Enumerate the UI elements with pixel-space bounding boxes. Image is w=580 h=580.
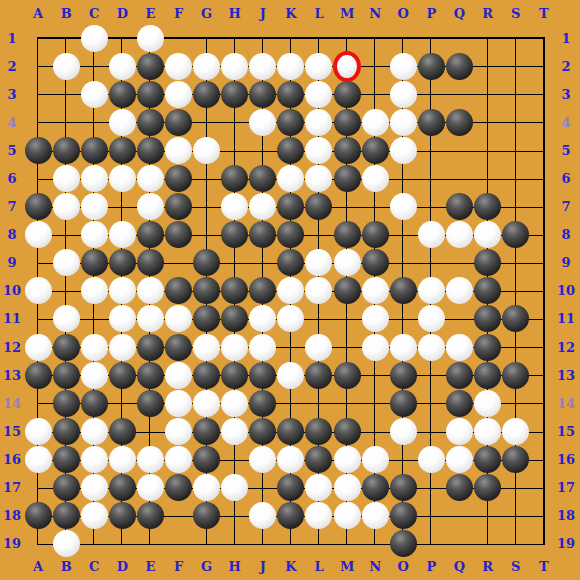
- intersection-D15: [108, 417, 136, 445]
- intersection-E15[interactable]: [136, 417, 164, 445]
- intersection-M15: [333, 417, 361, 445]
- intersection-M11[interactable]: [333, 305, 361, 333]
- black-stone: [165, 474, 192, 501]
- intersection-O9[interactable]: [389, 249, 417, 277]
- intersection-C5: [80, 136, 108, 164]
- intersection-J15: [249, 417, 277, 445]
- intersection-B8[interactable]: [52, 221, 80, 249]
- intersection-A2[interactable]: [24, 52, 52, 80]
- intersection-H5[interactable]: [221, 136, 249, 164]
- white-stone: [193, 334, 220, 361]
- intersection-F19[interactable]: [164, 530, 192, 558]
- intersection-B19: [52, 530, 80, 558]
- black-stone: [137, 334, 164, 361]
- column-label: N: [361, 556, 389, 576]
- intersection-T7[interactable]: [530, 193, 558, 221]
- intersection-C3: [80, 80, 108, 108]
- intersection-Q7: [445, 193, 473, 221]
- intersection-L8[interactable]: [305, 221, 333, 249]
- intersection-P11: [417, 305, 445, 333]
- intersection-F17: [164, 474, 192, 502]
- intersection-C6: [80, 164, 108, 192]
- black-stone: [165, 277, 192, 304]
- intersection-S1[interactable]: [502, 24, 530, 52]
- intersection-O16[interactable]: [389, 445, 417, 473]
- intersection-R4[interactable]: [474, 108, 502, 136]
- intersection-Q6[interactable]: [445, 164, 473, 192]
- white-stone: [474, 390, 501, 417]
- intersection-H9[interactable]: [221, 249, 249, 277]
- black-stone: [390, 474, 417, 501]
- white-stone: [165, 53, 192, 80]
- intersection-T10[interactable]: [530, 277, 558, 305]
- intersection-P7[interactable]: [417, 193, 445, 221]
- intersection-T19[interactable]: [530, 530, 558, 558]
- row-label: 15: [1, 417, 23, 445]
- intersection-A19[interactable]: [24, 530, 52, 558]
- column-label: A: [24, 556, 52, 576]
- intersection-A14[interactable]: [24, 389, 52, 417]
- black-stone: [334, 221, 361, 248]
- intersection-P3[interactable]: [417, 80, 445, 108]
- intersection-A17[interactable]: [24, 474, 52, 502]
- intersection-L12: [305, 333, 333, 361]
- white-stone: [137, 165, 164, 192]
- white-stone: [418, 446, 445, 473]
- intersection-K16: [277, 445, 305, 473]
- white-stone: [305, 165, 332, 192]
- intersection-O10: [389, 277, 417, 305]
- black-stone: [277, 474, 304, 501]
- intersection-G19[interactable]: [193, 530, 221, 558]
- black-stone: [305, 418, 332, 445]
- intersection-H13: [221, 361, 249, 389]
- white-stone: [53, 305, 80, 332]
- intersection-E3: [136, 80, 164, 108]
- intersection-J18: [249, 502, 277, 530]
- intersection-P14[interactable]: [417, 389, 445, 417]
- intersection-D7[interactable]: [108, 193, 136, 221]
- black-stone: [390, 502, 417, 529]
- intersection-B2: [52, 52, 80, 80]
- intersection-P15[interactable]: [417, 417, 445, 445]
- intersection-S16: [502, 445, 530, 473]
- black-stone: [249, 221, 276, 248]
- intersection-C19[interactable]: [80, 530, 108, 558]
- intersection-T17[interactable]: [530, 474, 558, 502]
- white-stone: [418, 277, 445, 304]
- intersection-J16: [249, 445, 277, 473]
- black-stone: [446, 390, 473, 417]
- white-stone: [390, 81, 417, 108]
- row-label: 10: [555, 277, 577, 305]
- intersection-T4[interactable]: [530, 108, 558, 136]
- intersection-T14[interactable]: [530, 389, 558, 417]
- intersection-C11[interactable]: [80, 305, 108, 333]
- intersection-P19[interactable]: [417, 530, 445, 558]
- black-stone: [446, 474, 473, 501]
- intersection-P16: [417, 445, 445, 473]
- row-label: 3: [555, 80, 577, 108]
- intersection-P13[interactable]: [417, 361, 445, 389]
- intersection-R2[interactable]: [474, 52, 502, 80]
- intersection-A12: [24, 333, 52, 361]
- white-stone: [362, 277, 389, 304]
- white-stone: [305, 249, 332, 276]
- intersection-E6: [136, 164, 164, 192]
- intersection-H17: [221, 474, 249, 502]
- intersection-M5: [333, 136, 361, 164]
- intersection-P5[interactable]: [417, 136, 445, 164]
- black-stone: [249, 390, 276, 417]
- intersection-T12[interactable]: [530, 333, 558, 361]
- intersection-P1[interactable]: [417, 24, 445, 52]
- black-stone: [25, 502, 52, 529]
- intersection-Q1[interactable]: [445, 24, 473, 52]
- intersection-N12: [361, 333, 389, 361]
- intersection-O6[interactable]: [389, 164, 417, 192]
- intersection-Q9[interactable]: [445, 249, 473, 277]
- white-stone: [165, 418, 192, 445]
- intersection-R1[interactable]: [474, 24, 502, 52]
- intersection-G1[interactable]: [193, 24, 221, 52]
- black-stone: [502, 221, 529, 248]
- row-label: 10: [1, 277, 23, 305]
- column-label: F: [164, 556, 192, 576]
- intersection-O13: [389, 361, 417, 389]
- intersection-H15: [221, 417, 249, 445]
- intersection-A9[interactable]: [24, 249, 52, 277]
- intersection-K19[interactable]: [277, 530, 305, 558]
- intersection-S2[interactable]: [502, 52, 530, 80]
- white-stone: [249, 53, 276, 80]
- intersection-H1[interactable]: [221, 24, 249, 52]
- white-stone: [334, 249, 361, 276]
- intersection-T13[interactable]: [530, 361, 558, 389]
- intersection-Q17: [445, 474, 473, 502]
- intersection-Q14: [445, 389, 473, 417]
- intersection-H4[interactable]: [221, 108, 249, 136]
- white-stone: [109, 334, 136, 361]
- white-stone: [221, 390, 248, 417]
- black-stone: [137, 137, 164, 164]
- white-stone: [305, 53, 332, 80]
- intersection-R18[interactable]: [474, 502, 502, 530]
- column-label: O: [389, 3, 417, 23]
- column-label: Q: [445, 3, 473, 23]
- intersection-S17[interactable]: [502, 474, 530, 502]
- intersection-C4[interactable]: [80, 108, 108, 136]
- white-stone: [221, 334, 248, 361]
- intersection-L4: [305, 108, 333, 136]
- intersection-J4: [249, 108, 277, 136]
- intersection-M12[interactable]: [333, 333, 361, 361]
- intersection-L14[interactable]: [305, 389, 333, 417]
- intersection-T15[interactable]: [530, 417, 558, 445]
- intersection-L3: [305, 80, 333, 108]
- white-stone: [193, 390, 220, 417]
- column-label: H: [221, 3, 249, 23]
- intersection-P8: [417, 221, 445, 249]
- intersection-O7: [389, 193, 417, 221]
- column-label: G: [193, 556, 221, 576]
- intersection-T5[interactable]: [530, 136, 558, 164]
- intersection-F18[interactable]: [164, 502, 192, 530]
- intersection-J9[interactable]: [249, 249, 277, 277]
- intersection-L11[interactable]: [305, 305, 333, 333]
- row-label: 6: [1, 164, 23, 192]
- white-stone: [418, 305, 445, 332]
- intersection-M1[interactable]: [333, 24, 361, 52]
- intersection-F12: [164, 333, 192, 361]
- column-label: P: [417, 556, 445, 576]
- intersection-E13: [136, 361, 164, 389]
- white-stone: [109, 109, 136, 136]
- white-stone: [474, 418, 501, 445]
- intersection-R12: [474, 333, 502, 361]
- intersection-Q3[interactable]: [445, 80, 473, 108]
- intersection-M7[interactable]: [333, 193, 361, 221]
- column-label: S: [502, 3, 530, 23]
- intersection-S7[interactable]: [502, 193, 530, 221]
- intersection-E19[interactable]: [136, 530, 164, 558]
- intersection-G15: [193, 417, 221, 445]
- intersection-P9[interactable]: [417, 249, 445, 277]
- intersection-G17: [193, 474, 221, 502]
- white-stone: [277, 165, 304, 192]
- intersection-S9[interactable]: [502, 249, 530, 277]
- intersection-S19[interactable]: [502, 530, 530, 558]
- intersection-J5[interactable]: [249, 136, 277, 164]
- intersection-G7[interactable]: [193, 193, 221, 221]
- black-stone: [109, 418, 136, 445]
- column-label: L: [305, 3, 333, 23]
- intersection-O11[interactable]: [389, 305, 417, 333]
- row-label: 12: [1, 333, 23, 361]
- intersection-N14[interactable]: [361, 389, 389, 417]
- intersection-R3[interactable]: [474, 80, 502, 108]
- intersection-B10[interactable]: [52, 277, 80, 305]
- intersection-A1[interactable]: [24, 24, 52, 52]
- intersection-O1[interactable]: [389, 24, 417, 52]
- intersection-F1[interactable]: [164, 24, 192, 52]
- intersection-K12[interactable]: [277, 333, 305, 361]
- black-stone: [25, 193, 52, 220]
- row-label: 6: [555, 164, 577, 192]
- intersection-N3[interactable]: [361, 80, 389, 108]
- intersection-F4: [164, 108, 192, 136]
- white-stone: [277, 277, 304, 304]
- intersection-K10: [277, 277, 305, 305]
- row-label: 17: [1, 474, 23, 502]
- intersection-O12: [389, 333, 417, 361]
- intersection-S10[interactable]: [502, 277, 530, 305]
- intersection-K9: [277, 249, 305, 277]
- intersection-F16: [164, 445, 192, 473]
- black-stone: [193, 249, 220, 276]
- intersection-T3[interactable]: [530, 80, 558, 108]
- intersection-J17[interactable]: [249, 474, 277, 502]
- intersection-S14[interactable]: [502, 389, 530, 417]
- intersection-O8[interactable]: [389, 221, 417, 249]
- intersection-J19[interactable]: [249, 530, 277, 558]
- intersection-H8: [221, 221, 249, 249]
- intersection-N13[interactable]: [361, 361, 389, 389]
- intersection-M17: [333, 474, 361, 502]
- intersection-J3: [249, 80, 277, 108]
- intersection-N15[interactable]: [361, 417, 389, 445]
- intersection-D6: [108, 164, 136, 192]
- intersection-M14[interactable]: [333, 389, 361, 417]
- intersection-N1[interactable]: [361, 24, 389, 52]
- intersection-B18: [52, 502, 80, 530]
- intersection-L1[interactable]: [305, 24, 333, 52]
- white-stone: [137, 25, 164, 52]
- black-stone: [334, 81, 361, 108]
- white-stone: [249, 446, 276, 473]
- white-stone: [446, 334, 473, 361]
- intersection-S12[interactable]: [502, 333, 530, 361]
- intersection-O18: [389, 502, 417, 530]
- intersection-Q12: [445, 333, 473, 361]
- intersection-G8[interactable]: [193, 221, 221, 249]
- white-stone: [362, 502, 389, 529]
- intersection-F9[interactable]: [164, 249, 192, 277]
- black-stone: [221, 81, 248, 108]
- white-stone: [362, 109, 389, 136]
- intersection-L16: [305, 445, 333, 473]
- black-stone: [334, 362, 361, 389]
- black-stone: [53, 474, 80, 501]
- intersection-S4[interactable]: [502, 108, 530, 136]
- intersection-B4[interactable]: [52, 108, 80, 136]
- black-stone: [390, 362, 417, 389]
- intersection-P10: [417, 277, 445, 305]
- white-stone: [446, 221, 473, 248]
- intersection-Q11[interactable]: [445, 305, 473, 333]
- intersection-S15: [502, 417, 530, 445]
- intersection-J11: [249, 305, 277, 333]
- intersection-T9[interactable]: [530, 249, 558, 277]
- intersection-Q18[interactable]: [445, 502, 473, 530]
- intersection-S5[interactable]: [502, 136, 530, 164]
- row-label: 4: [555, 108, 577, 136]
- intersection-O14: [389, 389, 417, 417]
- intersection-Q4: [445, 108, 473, 136]
- intersection-D11: [108, 305, 136, 333]
- intersection-D14[interactable]: [108, 389, 136, 417]
- intersection-G16: [193, 445, 221, 473]
- intersection-T1[interactable]: [530, 24, 558, 52]
- intersection-C8: [80, 221, 108, 249]
- intersection-K1[interactable]: [277, 24, 305, 52]
- intersection-A3[interactable]: [24, 80, 52, 108]
- black-stone: [446, 193, 473, 220]
- intersection-A4[interactable]: [24, 108, 52, 136]
- intersection-O15: [389, 417, 417, 445]
- intersection-T11[interactable]: [530, 305, 558, 333]
- intersection-H16[interactable]: [221, 445, 249, 473]
- intersection-K3: [277, 80, 305, 108]
- row-label: 14: [555, 389, 577, 417]
- white-stone: [109, 53, 136, 80]
- intersection-N19[interactable]: [361, 530, 389, 558]
- black-stone: [362, 249, 389, 276]
- intersection-J1[interactable]: [249, 24, 277, 52]
- intersection-S18[interactable]: [502, 502, 530, 530]
- intersection-M19[interactable]: [333, 530, 361, 558]
- column-label: H: [221, 556, 249, 576]
- black-stone: [109, 249, 136, 276]
- intersection-R6[interactable]: [474, 164, 502, 192]
- intersection-T6[interactable]: [530, 164, 558, 192]
- intersection-N7[interactable]: [361, 193, 389, 221]
- white-stone: [165, 305, 192, 332]
- intersection-S6[interactable]: [502, 164, 530, 192]
- white-stone: [277, 305, 304, 332]
- intersection-D19[interactable]: [108, 530, 136, 558]
- intersection-R5[interactable]: [474, 136, 502, 164]
- intersection-C14: [80, 389, 108, 417]
- white-stone: [305, 502, 332, 529]
- intersection-T8[interactable]: [530, 221, 558, 249]
- intersection-K11: [277, 305, 305, 333]
- intersection-G6[interactable]: [193, 164, 221, 192]
- intersection-C13: [80, 361, 108, 389]
- black-stone: [25, 137, 52, 164]
- intersection-K14[interactable]: [277, 389, 305, 417]
- intersection-E2: [136, 52, 164, 80]
- intersection-A6[interactable]: [24, 164, 52, 192]
- intersection-P17[interactable]: [417, 474, 445, 502]
- intersection-A11[interactable]: [24, 305, 52, 333]
- intersection-B3[interactable]: [52, 80, 80, 108]
- intersection-Q5[interactable]: [445, 136, 473, 164]
- intersection-L19[interactable]: [305, 530, 333, 558]
- intersection-R19[interactable]: [474, 530, 502, 558]
- intersection-H18[interactable]: [221, 502, 249, 530]
- intersection-Q19[interactable]: [445, 530, 473, 558]
- intersection-B13: [52, 361, 80, 389]
- intersection-S3[interactable]: [502, 80, 530, 108]
- intersection-F2: [164, 52, 192, 80]
- intersection-T18[interactable]: [530, 502, 558, 530]
- intersection-N2[interactable]: [361, 52, 389, 80]
- white-stone: [81, 25, 108, 52]
- intersection-D1[interactable]: [108, 24, 136, 52]
- intersection-G4[interactable]: [193, 108, 221, 136]
- black-stone: [502, 305, 529, 332]
- white-stone: [474, 221, 501, 248]
- white-stone: [53, 530, 80, 557]
- intersection-D12: [108, 333, 136, 361]
- intersection-C2[interactable]: [80, 52, 108, 80]
- black-stone: [221, 305, 248, 332]
- intersection-C1: [80, 24, 108, 52]
- intersection-P18[interactable]: [417, 502, 445, 530]
- intersection-D3: [108, 80, 136, 108]
- intersection-H19[interactable]: [221, 530, 249, 558]
- intersection-T2[interactable]: [530, 52, 558, 80]
- intersection-B14: [52, 389, 80, 417]
- intersection-P6[interactable]: [417, 164, 445, 192]
- intersection-N6: [361, 164, 389, 192]
- intersection-T16[interactable]: [530, 445, 558, 473]
- intersection-B7: [52, 193, 80, 221]
- intersection-B1[interactable]: [52, 24, 80, 52]
- intersection-E5: [136, 136, 164, 164]
- white-stone: [53, 165, 80, 192]
